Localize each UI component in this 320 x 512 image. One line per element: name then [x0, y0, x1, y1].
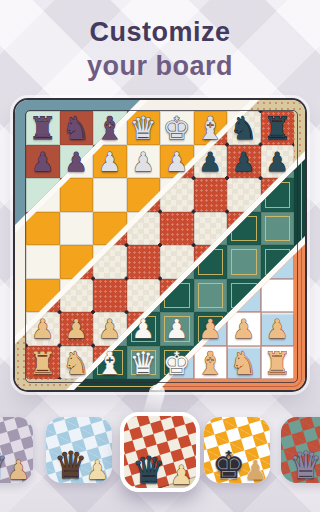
- piece-e8-k: ♚: [160, 111, 194, 145]
- thumbnail-pawn-icon: ♟: [86, 455, 109, 483]
- piece-b8-n: ♞: [60, 111, 94, 145]
- piece-e2-p: ♟: [160, 312, 194, 346]
- piece-d1-q: ♛: [127, 346, 161, 380]
- thumbnail-queen-icon: ♛: [289, 444, 320, 483]
- piece-h7-p: ♟: [261, 145, 295, 179]
- theme-thumbnail-coral-blue[interactable]: ♛♟: [46, 417, 112, 483]
- customize-board-screen: { "title": {"line1": "Customize", "line2…: [0, 0, 320, 512]
- piece-c2-p: ♟: [93, 312, 127, 346]
- piece-b2-p: ♟: [60, 312, 94, 346]
- piece-c8-b: ♝: [93, 111, 127, 145]
- page-title: Customize your board: [0, 15, 320, 83]
- piece-g2-p: ♟: [227, 312, 261, 346]
- theme-thumbnail-red-dots[interactable]: ♛♟: [120, 412, 200, 492]
- thumbnail-queen-icon: ♛: [54, 444, 87, 483]
- piece-a2-p: ♟: [26, 312, 60, 346]
- piece-g7-p: ♟: [227, 145, 261, 179]
- thumbnail-pawn-icon: ♟: [244, 455, 267, 483]
- page-title-line2: your board: [0, 49, 320, 83]
- piece-f1-b: ♝: [194, 346, 228, 380]
- piece-e1-k: ♚: [160, 346, 194, 380]
- piece-f7-p: ♟: [194, 145, 228, 179]
- piece-h1-r: ♜: [261, 346, 295, 380]
- piece-c1-b: ♝: [93, 346, 127, 380]
- piece-g1-n: ♞: [227, 346, 261, 380]
- piece-c7-p: ♟: [93, 145, 127, 179]
- page-title-line1: Customize: [0, 15, 320, 49]
- piece-a7-p: ♟: [26, 145, 60, 179]
- piece-g8-n: ♞: [227, 111, 261, 145]
- piece-b1-n: ♞: [60, 346, 94, 380]
- theme-thumbnail-classic-gray[interactable]: ♛♟: [0, 417, 33, 483]
- thumbnail-pawn-icon: ♟: [170, 460, 193, 490]
- theme-thumbnail-row: ♛♟♛♟♛♟♚♟♛: [0, 410, 320, 500]
- pieces-layer: ♜♞♝♛♚♝♞♜♟♟♟♟♟♟♟♟♟♟♟♟♟♟♟♟♜♞♝♛♚♝♞♜: [26, 111, 294, 379]
- piece-d8-q: ♛: [127, 111, 161, 145]
- theme-thumbnail-teal-red[interactable]: ♛: [281, 417, 320, 483]
- theme-thumbnail-orange-diamond[interactable]: ♚♟: [204, 417, 270, 483]
- piece-f8-b: ♝: [194, 111, 228, 145]
- piece-h2-p: ♟: [261, 312, 295, 346]
- piece-f2-p: ♟: [194, 312, 228, 346]
- piece-d2-p: ♟: [127, 312, 161, 346]
- thumbnail-pawn-icon: ♟: [7, 455, 30, 483]
- piece-a8-r: ♜: [26, 111, 60, 145]
- thumbnail-queen-icon: ♛: [132, 449, 165, 492]
- chess-board-preview: ♜♞♝♛♚♝♞♜♟♟♟♟♟♟♟♟♟♟♟♟♟♟♟♟♜♞♝♛♚♝♞♜: [15, 100, 305, 390]
- piece-b7-p: ♟: [60, 145, 94, 179]
- piece-e7-p: ♟: [160, 145, 194, 179]
- piece-a1-r: ♜: [26, 346, 60, 380]
- thumbnail-queen-icon: ♚: [212, 444, 245, 483]
- piece-h8-r: ♜: [261, 111, 295, 145]
- piece-d7-p: ♟: [127, 145, 161, 179]
